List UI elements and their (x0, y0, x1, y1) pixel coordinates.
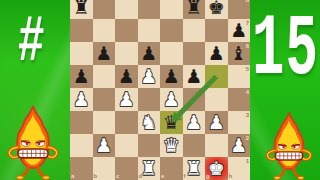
square-d1[interactable]: ♜d (138, 157, 161, 180)
square-b1[interactable]: b (93, 157, 116, 180)
square-g2[interactable] (205, 134, 228, 157)
square-d2[interactable] (138, 134, 161, 157)
black-pawn-a5[interactable]: ♟ (70, 65, 93, 88)
square-g5[interactable] (205, 65, 228, 88)
square-f5[interactable]: ♟ (183, 65, 206, 88)
square-b4[interactable] (93, 88, 116, 111)
square-a2[interactable] (70, 134, 93, 157)
rank-label-3: 3 (246, 112, 249, 118)
square-a3[interactable] (70, 111, 93, 134)
white-pawn-c4[interactable]: ♟ (115, 88, 138, 111)
file-label-d: d (139, 173, 143, 179)
white-pawn-a4[interactable]: ♟ (70, 88, 93, 111)
square-c4[interactable]: ♟ (115, 88, 138, 111)
square-b3[interactable] (93, 111, 116, 134)
square-a7[interactable] (70, 19, 93, 42)
square-d3[interactable]: ♞ (138, 111, 161, 134)
square-e4[interactable]: ♟ (160, 88, 183, 111)
square-e3[interactable]: ♛ (160, 111, 183, 134)
white-pawn-f3[interactable]: ♟ (183, 111, 206, 134)
fire-mascot-left (3, 103, 63, 180)
square-c1[interactable]: c (115, 157, 138, 180)
file-label-h: h (229, 173, 233, 179)
black-queen-e3[interactable]: ♛ (160, 111, 183, 134)
square-e8[interactable] (160, 0, 183, 19)
square-e6[interactable] (160, 42, 183, 65)
square-e7[interactable] (160, 19, 183, 42)
square-h7[interactable]: ♟7 (228, 19, 251, 42)
square-d7[interactable] (138, 19, 161, 42)
black-pawn-g6[interactable]: ♟ (205, 42, 228, 65)
file-label-f: f (184, 173, 186, 179)
file-label-b: b (94, 173, 98, 179)
white-pawn-g3[interactable]: ♟ (205, 111, 228, 134)
square-b5[interactable] (93, 65, 116, 88)
black-pawn-b6[interactable]: ♟ (93, 42, 116, 65)
square-f6[interactable] (183, 42, 206, 65)
black-pawn-f5[interactable]: ♟ (183, 65, 206, 88)
square-b7[interactable] (93, 19, 116, 42)
white-pawn-b2[interactable]: ♟ (93, 134, 116, 157)
square-a5[interactable]: ♟ (70, 65, 93, 88)
square-h4[interactable]: 4 (228, 88, 251, 111)
square-f4[interactable] (183, 88, 206, 111)
square-h1[interactable]: 1h (228, 157, 251, 180)
white-pawn-e4[interactable]: ♟ (160, 88, 183, 111)
square-b2[interactable]: ♟ (93, 134, 116, 157)
rank-label-5: 5 (246, 66, 249, 72)
square-c3[interactable] (115, 111, 138, 134)
square-c8[interactable] (115, 0, 138, 19)
square-b6[interactable]: ♟ (93, 42, 116, 65)
square-f1[interactable]: ♜f (183, 157, 206, 180)
square-e1[interactable]: e (160, 157, 183, 180)
black-pawn-d6[interactable]: ♟ (138, 42, 161, 65)
square-c7[interactable] (115, 19, 138, 42)
square-g1[interactable]: ♚g (205, 157, 228, 180)
file-label-a: a (71, 173, 74, 179)
square-h8[interactable]: 8 (228, 0, 251, 19)
rank-label-6: 6 (246, 43, 249, 49)
file-label-c: c (116, 173, 119, 179)
chess-board: ♜♜♚8♟7♟♟♟♝6♟♟♟♟♟5♟♟♟4♞♛♟♟3♟♛♟2abc♜de♜f♚g… (70, 0, 250, 180)
square-h5[interactable]: 5 (228, 65, 251, 88)
black-pawn-c5[interactable]: ♟ (115, 65, 138, 88)
rank-label-2: 2 (246, 135, 249, 141)
square-e5[interactable]: ♟ (160, 65, 183, 88)
white-queen-e2[interactable]: ♛ (160, 134, 183, 157)
black-rook-f8[interactable]: ♜ (183, 0, 206, 19)
square-f7[interactable] (183, 19, 206, 42)
square-d6[interactable]: ♟ (138, 42, 161, 65)
square-f3[interactable]: ♟ (183, 111, 206, 134)
square-f8[interactable]: ♜ (183, 0, 206, 19)
file-label-e: e (161, 173, 164, 179)
square-a4[interactable]: ♟ (70, 88, 93, 111)
black-rook-a8[interactable]: ♜ (70, 0, 93, 19)
white-knight-d3[interactable]: ♞ (138, 111, 161, 134)
file-label-g: g (206, 173, 210, 179)
square-c2[interactable] (115, 134, 138, 157)
square-g7[interactable] (205, 19, 228, 42)
square-g3[interactable]: ♟ (205, 111, 228, 134)
square-h2[interactable]: ♟2 (228, 134, 251, 157)
white-pawn-d5[interactable]: ♟ (138, 65, 161, 88)
square-a6[interactable] (70, 42, 93, 65)
square-d5[interactable]: ♟ (138, 65, 161, 88)
square-g8[interactable]: ♚ (205, 0, 228, 19)
square-d4[interactable] (138, 88, 161, 111)
square-a8[interactable]: ♜ (70, 0, 93, 19)
square-g6[interactable]: ♟ (205, 42, 228, 65)
chess-board-grid: ♜♜♚8♟7♟♟♟♝6♟♟♟♟♟5♟♟♟4♞♛♟♟3♟♛♟2abc♜de♜f♚g… (70, 0, 250, 180)
rank-label-4: 4 (246, 89, 249, 95)
rank-label-1: 1 (246, 158, 249, 164)
square-c5[interactable]: ♟ (115, 65, 138, 88)
square-c6[interactable] (115, 42, 138, 65)
square-h6[interactable]: ♝6 (228, 42, 251, 65)
fire-mascot-right (261, 110, 317, 180)
square-d8[interactable] (138, 0, 161, 19)
episode-number-text: 15 (252, 7, 319, 93)
rank-label-8: 8 (246, 0, 249, 3)
square-a1[interactable]: a (70, 157, 93, 180)
black-king-g8[interactable]: ♚ (205, 0, 228, 19)
square-e2[interactable]: ♛ (160, 134, 183, 157)
square-h3[interactable]: 3 (228, 111, 251, 134)
rank-label-7: 7 (246, 20, 249, 26)
square-g4[interactable] (205, 88, 228, 111)
hash-symbol-text: # (17, 9, 46, 75)
square-f2[interactable] (183, 134, 206, 157)
square-b8[interactable] (93, 0, 116, 19)
black-pawn-e5[interactable]: ♟ (160, 65, 183, 88)
